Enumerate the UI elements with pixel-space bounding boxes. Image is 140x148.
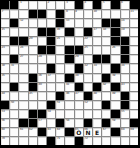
white-cell[interactable]: 70 <box>1 137 9 145</box>
white-cell[interactable] <box>38 64 46 72</box>
white-cell[interactable] <box>93 46 101 54</box>
white-cell[interactable] <box>75 101 83 109</box>
white-cell[interactable] <box>130 92 138 100</box>
clue-number: 55 <box>121 110 124 114</box>
white-cell[interactable] <box>121 119 129 127</box>
white-cell[interactable]: 30 <box>1 64 9 72</box>
clue-number: 30 <box>2 64 5 68</box>
clue-number: 22 <box>84 37 87 41</box>
white-cell[interactable]: 13 <box>65 19 73 27</box>
clue-number: 29 <box>75 55 78 59</box>
white-cell[interactable] <box>93 110 101 118</box>
white-cell[interactable] <box>93 19 101 27</box>
white-cell[interactable]: 48 <box>93 92 101 100</box>
white-cell[interactable] <box>93 37 101 45</box>
clue-number: 61 <box>20 128 23 132</box>
white-cell[interactable]: 44 <box>1 92 9 100</box>
clue-number: 40 <box>38 83 41 87</box>
clue-number: 32 <box>84 64 87 68</box>
white-cell[interactable]: 31 <box>10 64 18 72</box>
clue-number: 70 <box>2 137 5 141</box>
clue-number: 47 <box>75 92 78 96</box>
white-cell[interactable] <box>130 46 138 54</box>
white-cell[interactable]: 6 <box>121 1 129 9</box>
white-cell[interactable] <box>93 137 101 145</box>
white-cell[interactable]: 45 <box>29 92 37 100</box>
white-cell[interactable] <box>121 137 129 145</box>
clue-number: 58 <box>66 119 69 123</box>
black-cell <box>38 46 46 54</box>
black-cell <box>102 101 110 109</box>
filled-letter: O <box>75 129 83 136</box>
black-cell <box>84 119 92 127</box>
clue-number: 41 <box>66 83 69 87</box>
clue-number: 2 <box>47 1 49 5</box>
clue-number: 24 <box>20 46 23 50</box>
black-cell <box>10 37 18 45</box>
clue-number: 18 <box>103 28 106 32</box>
white-cell[interactable] <box>93 74 101 82</box>
white-cell[interactable] <box>10 128 18 136</box>
clue-number: 7 <box>2 10 4 14</box>
white-cell[interactable] <box>65 101 73 109</box>
white-cell[interactable]: 2 <box>47 1 55 9</box>
clue-number: 71 <box>57 137 60 141</box>
black-cell <box>111 28 119 36</box>
white-cell[interactable] <box>29 55 37 63</box>
white-cell[interactable] <box>102 64 110 72</box>
white-cell[interactable] <box>130 110 138 118</box>
clue-number: 16 <box>57 28 60 32</box>
white-cell[interactable]: 22 <box>84 37 92 45</box>
white-cell[interactable]: 11 <box>130 10 138 18</box>
white-cell[interactable]: 23 <box>1 46 9 54</box>
clue-number: 46 <box>66 92 69 96</box>
white-cell[interactable]: 43 <box>121 83 129 91</box>
white-cell[interactable] <box>38 1 46 9</box>
clue-number: 25 <box>84 46 87 50</box>
clue-number: 23 <box>2 46 5 50</box>
clue-number: 44 <box>2 92 5 96</box>
white-cell[interactable]: 1 <box>19 1 27 9</box>
clue-number: 69 <box>130 128 133 132</box>
white-cell[interactable]: 67 <box>102 128 110 136</box>
clue-number: 9 <box>75 10 77 14</box>
black-cell <box>65 46 73 54</box>
white-cell[interactable]: 38 <box>75 74 83 82</box>
clue-number: 20 <box>29 37 32 41</box>
clue-number: 72 <box>84 137 87 141</box>
black-cell <box>84 92 92 100</box>
white-cell[interactable] <box>84 110 92 118</box>
black-cell <box>38 28 46 36</box>
white-cell[interactable] <box>47 119 55 127</box>
white-cell[interactable] <box>102 46 110 54</box>
clue-number: 64 <box>57 128 60 132</box>
white-cell[interactable] <box>10 46 18 54</box>
clue-number: 6 <box>121 1 123 5</box>
white-cell[interactable] <box>121 74 129 82</box>
white-cell[interactable] <box>65 110 73 118</box>
white-cell[interactable]: 4 <box>84 1 92 9</box>
clue-number: 5 <box>103 1 105 5</box>
white-cell[interactable]: 25 <box>84 46 92 54</box>
clue-number: 27 <box>20 55 23 59</box>
white-cell[interactable] <box>65 64 73 72</box>
white-cell[interactable]: 47 <box>75 92 83 100</box>
white-cell[interactable]: 46 <box>65 92 73 100</box>
black-cell <box>111 110 119 118</box>
white-cell[interactable] <box>130 64 138 72</box>
filled-letter: E <box>93 129 101 136</box>
white-cell[interactable]: 37 <box>47 74 55 82</box>
white-cell[interactable] <box>56 74 64 82</box>
black-cell <box>102 74 110 82</box>
white-cell[interactable] <box>47 19 55 27</box>
white-cell[interactable]: 55 <box>121 110 129 118</box>
white-cell[interactable]: 14 <box>121 19 129 27</box>
clue-number: 35 <box>2 74 5 78</box>
white-cell[interactable] <box>47 83 55 91</box>
white-cell[interactable]: 59 <box>111 119 119 127</box>
white-cell[interactable]: 40 <box>38 83 46 91</box>
clue-number: 67 <box>103 128 106 132</box>
white-cell[interactable]: 12 <box>19 19 27 27</box>
white-cell[interactable] <box>29 1 37 9</box>
white-cell[interactable]: 29 <box>75 55 83 63</box>
clue-number: 28 <box>38 55 41 59</box>
white-cell[interactable]: 61 <box>19 128 27 136</box>
white-cell[interactable] <box>29 64 37 72</box>
white-cell[interactable]: 60 <box>1 128 9 136</box>
white-cell[interactable] <box>47 55 55 63</box>
white-cell[interactable]: 63 <box>47 128 55 136</box>
black-cell <box>47 101 55 109</box>
white-cell[interactable] <box>130 28 138 36</box>
black-cell <box>102 55 110 63</box>
black-cell <box>38 128 46 136</box>
white-cell[interactable] <box>111 137 119 145</box>
black-cell <box>102 119 110 127</box>
white-cell[interactable] <box>19 28 27 36</box>
black-cell <box>29 119 37 127</box>
white-cell[interactable]: 62 <box>29 128 37 136</box>
white-cell[interactable] <box>10 28 18 36</box>
black-cell <box>121 46 129 54</box>
clue-number: 39 <box>112 74 115 78</box>
white-cell[interactable] <box>93 119 101 127</box>
clue-number: 15 <box>2 28 5 32</box>
black-cell <box>10 19 18 27</box>
white-cell[interactable]: 58 <box>65 119 73 127</box>
white-cell[interactable]: 15 <box>1 28 9 36</box>
black-cell <box>75 83 83 91</box>
white-cell[interactable] <box>19 137 27 145</box>
black-cell <box>93 55 101 63</box>
white-cell[interactable] <box>1 55 9 63</box>
black-cell <box>75 46 83 54</box>
white-cell[interactable]: 52 <box>84 101 92 109</box>
white-cell[interactable] <box>19 10 27 18</box>
white-cell[interactable] <box>47 92 55 100</box>
white-cell[interactable] <box>75 110 83 118</box>
clue-number: 60 <box>2 128 5 132</box>
white-cell[interactable] <box>102 92 110 100</box>
white-cell[interactable] <box>1 83 9 91</box>
white-cell[interactable]: 39 <box>111 74 119 82</box>
white-cell[interactable] <box>111 101 119 109</box>
clue-number: 26 <box>112 46 115 50</box>
white-cell[interactable] <box>29 101 37 109</box>
white-cell[interactable] <box>1 19 9 27</box>
white-cell[interactable]: 20 <box>29 37 37 45</box>
black-cell <box>56 119 64 127</box>
clue-number: 10 <box>93 10 96 14</box>
white-cell[interactable]: 34 <box>121 64 129 72</box>
clue-number: 56 <box>2 119 5 123</box>
clue-number: 43 <box>121 83 124 87</box>
black-cell <box>75 137 83 145</box>
black-cell <box>10 55 18 63</box>
black-cell <box>75 1 83 9</box>
clue-number: 57 <box>38 119 41 123</box>
white-cell[interactable] <box>84 55 92 63</box>
white-cell[interactable]: 18 <box>102 28 110 36</box>
black-cell <box>111 1 119 9</box>
white-cell[interactable] <box>19 92 27 100</box>
white-cell[interactable] <box>10 110 18 118</box>
white-cell[interactable]: 64 <box>56 128 64 136</box>
white-cell[interactable]: 33 <box>93 64 101 72</box>
white-cell[interactable]: 68 <box>121 128 129 136</box>
black-cell <box>75 64 83 72</box>
white-cell[interactable] <box>102 110 110 118</box>
black-cell <box>111 37 119 45</box>
white-cell[interactable] <box>10 92 18 100</box>
white-cell[interactable] <box>84 74 92 82</box>
black-cell <box>38 10 46 18</box>
white-cell[interactable] <box>38 37 46 45</box>
white-cell[interactable] <box>19 64 27 72</box>
white-cell[interactable] <box>10 74 18 82</box>
clue-number: 21 <box>57 37 60 41</box>
white-cell[interactable] <box>38 101 46 109</box>
white-cell[interactable] <box>19 110 27 118</box>
clue-number: 34 <box>121 64 124 68</box>
white-cell[interactable]: 19 <box>121 28 129 36</box>
clue-number: 4 <box>84 1 86 5</box>
black-cell <box>93 1 101 9</box>
clue-number: 63 <box>47 128 50 132</box>
white-cell[interactable] <box>10 10 18 18</box>
white-cell[interactable] <box>84 10 92 18</box>
white-cell[interactable] <box>130 19 138 27</box>
white-cell[interactable]: 8 <box>65 10 73 18</box>
white-cell[interactable]: 50 <box>10 101 18 109</box>
white-cell[interactable] <box>130 74 138 82</box>
clue-number: 11 <box>130 10 133 14</box>
white-cell[interactable] <box>84 19 92 27</box>
black-cell <box>10 1 18 9</box>
white-cell[interactable] <box>102 10 110 18</box>
white-cell[interactable]: E <box>93 128 101 136</box>
white-cell[interactable]: 24 <box>19 46 27 54</box>
black-cell <box>29 110 37 118</box>
filled-letter: N <box>84 129 92 136</box>
white-cell[interactable] <box>56 64 64 72</box>
clue-number: 1 <box>20 1 22 5</box>
white-cell[interactable] <box>102 137 110 145</box>
white-cell[interactable]: 41 <box>65 83 73 91</box>
white-cell[interactable] <box>130 37 138 45</box>
clue-number: 49 <box>112 92 115 96</box>
black-cell <box>121 92 129 100</box>
white-cell[interactable] <box>130 137 138 145</box>
black-cell <box>1 1 9 9</box>
white-cell[interactable] <box>75 19 83 27</box>
white-cell[interactable] <box>56 46 64 54</box>
white-cell[interactable] <box>56 110 64 118</box>
white-cell[interactable] <box>93 101 101 109</box>
white-cell[interactable] <box>29 137 37 145</box>
white-cell[interactable]: 3 <box>65 1 73 9</box>
black-cell <box>130 1 138 9</box>
black-cell <box>65 55 73 63</box>
white-cell[interactable]: 16 <box>56 28 64 36</box>
white-cell[interactable] <box>47 10 55 18</box>
clue-number: 13 <box>66 19 69 23</box>
white-cell[interactable]: 71 <box>56 137 64 145</box>
white-cell[interactable]: 57 <box>38 119 46 127</box>
black-cell <box>111 128 119 136</box>
clue-number: 45 <box>29 92 32 96</box>
black-cell <box>47 137 55 145</box>
white-cell[interactable]: 53 <box>1 110 9 118</box>
white-cell[interactable] <box>38 137 46 145</box>
black-cell <box>93 83 101 91</box>
white-cell[interactable]: 32 <box>84 64 92 72</box>
clue-number: 53 <box>2 110 5 114</box>
white-cell[interactable]: 10 <box>93 10 101 18</box>
white-cell[interactable]: 21 <box>56 37 64 45</box>
white-cell[interactable]: 54 <box>47 110 55 118</box>
white-cell[interactable] <box>56 83 64 91</box>
white-cell[interactable]: 66N <box>84 128 92 136</box>
white-cell[interactable] <box>121 10 129 18</box>
white-cell[interactable]: 72 <box>84 137 92 145</box>
white-cell[interactable] <box>65 137 73 145</box>
white-cell[interactable]: 5 <box>102 1 110 9</box>
white-cell[interactable]: 27 <box>19 55 27 63</box>
black-cell <box>47 64 55 72</box>
clue-number: 3 <box>66 1 68 5</box>
black-cell <box>56 92 64 100</box>
black-cell <box>29 83 37 91</box>
black-cell <box>47 46 55 54</box>
black-cell <box>121 37 129 45</box>
white-cell[interactable] <box>1 37 9 45</box>
black-cell <box>47 28 55 36</box>
white-cell[interactable] <box>29 19 37 27</box>
clue-number: 31 <box>11 64 14 68</box>
black-cell <box>130 119 138 127</box>
white-cell[interactable] <box>29 46 37 54</box>
black-cell <box>111 19 119 27</box>
white-cell[interactable] <box>102 37 110 45</box>
black-cell <box>111 83 119 91</box>
white-cell[interactable] <box>29 28 37 36</box>
black-cell <box>19 119 27 127</box>
white-cell[interactable] <box>19 83 27 91</box>
black-cell <box>38 110 46 118</box>
white-cell[interactable] <box>65 37 73 45</box>
white-cell[interactable] <box>38 92 46 100</box>
white-cell[interactable] <box>38 19 46 27</box>
white-cell[interactable]: 28 <box>38 55 46 63</box>
clue-number: 51 <box>57 101 60 105</box>
clue-number: 17 <box>93 28 96 32</box>
white-cell[interactable] <box>111 10 119 18</box>
white-cell[interactable] <box>75 37 83 45</box>
white-cell[interactable]: 69 <box>130 128 138 136</box>
black-cell <box>111 64 119 72</box>
white-cell[interactable]: 36 <box>38 74 46 82</box>
white-cell[interactable]: 42 <box>102 83 110 91</box>
white-cell[interactable] <box>56 55 64 63</box>
clue-number: 14 <box>121 19 124 23</box>
white-cell[interactable] <box>56 1 64 9</box>
white-cell[interactable]: 9 <box>75 10 83 18</box>
clue-number: 12 <box>20 19 23 23</box>
white-cell[interactable] <box>75 28 83 36</box>
black-cell <box>121 55 129 63</box>
white-cell[interactable]: 35 <box>1 74 9 82</box>
white-cell[interactable] <box>19 74 27 82</box>
clue-number: 50 <box>11 101 14 105</box>
white-cell[interactable]: 49 <box>111 92 119 100</box>
clue-number: 33 <box>93 64 96 68</box>
white-cell[interactable]: 26 <box>111 46 119 54</box>
clue-number: 42 <box>103 83 106 87</box>
white-cell[interactable]: 17 <box>93 28 101 36</box>
clue-number: 59 <box>112 119 115 123</box>
white-cell[interactable] <box>75 119 83 127</box>
white-cell[interactable] <box>10 119 18 127</box>
clue-number: 62 <box>29 128 32 132</box>
white-cell[interactable]: 56 <box>1 119 9 127</box>
white-cell[interactable]: 7 <box>1 10 9 18</box>
white-cell[interactable] <box>84 83 92 91</box>
black-cell <box>29 10 37 18</box>
clue-number: 48 <box>93 92 96 96</box>
white-cell[interactable] <box>130 83 138 91</box>
clue-number: 38 <box>75 74 78 78</box>
white-cell[interactable] <box>111 55 119 63</box>
white-cell[interactable] <box>130 101 138 109</box>
clue-number: 8 <box>66 10 68 14</box>
white-cell[interactable] <box>130 55 138 63</box>
white-cell[interactable] <box>19 101 27 109</box>
black-cell <box>121 101 129 109</box>
white-cell[interactable]: 65O <box>75 128 83 136</box>
white-cell[interactable] <box>10 137 18 145</box>
black-cell <box>19 37 27 45</box>
black-cell <box>84 28 92 36</box>
black-cell <box>29 74 37 82</box>
black-cell <box>56 19 64 27</box>
white-cell[interactable]: 51 <box>56 101 64 109</box>
black-cell <box>102 19 110 27</box>
